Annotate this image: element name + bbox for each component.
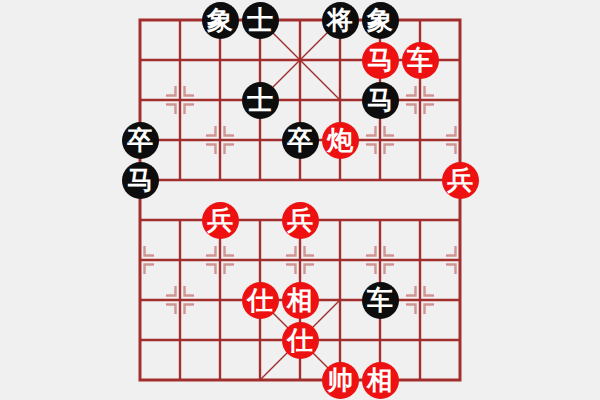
piece-black-elephant[interactable]: 象 — [202, 2, 239, 39]
board-point — [160, 120, 200, 160]
board-point — [120, 40, 160, 80]
board-point — [440, 120, 480, 160]
board-point[interactable]: 相 — [280, 280, 320, 320]
board-point — [440, 320, 480, 360]
board-point — [360, 320, 400, 360]
board-point — [320, 280, 360, 320]
board-point — [160, 40, 200, 80]
board-point[interactable]: 卒 — [120, 120, 160, 160]
board-point[interactable]: 将 — [320, 0, 360, 40]
board-point — [360, 120, 400, 160]
piece-red-general[interactable]: 帅 — [322, 362, 359, 399]
board-grid: 象士将象马车士马卒卒炮马兵兵兵仕相车仕帅相 — [120, 0, 480, 400]
piece-black-horse[interactable]: 马 — [122, 162, 159, 199]
board-point — [400, 360, 440, 400]
board-point — [160, 80, 200, 120]
board-point — [440, 360, 480, 400]
board-point[interactable]: 卒 — [280, 120, 320, 160]
board-point — [160, 0, 200, 40]
board-point — [120, 240, 160, 280]
board-point — [360, 200, 400, 240]
board-point — [200, 120, 240, 160]
board-point — [240, 120, 280, 160]
board-point — [280, 0, 320, 40]
board-point[interactable]: 车 — [400, 40, 440, 80]
board-point — [200, 320, 240, 360]
board-point — [440, 80, 480, 120]
board-point — [440, 280, 480, 320]
board-point[interactable]: 马 — [360, 80, 400, 120]
board-point[interactable]: 炮 — [320, 120, 360, 160]
board-point — [120, 360, 160, 400]
board-point — [400, 160, 440, 200]
board-point — [320, 80, 360, 120]
board-point — [320, 40, 360, 80]
board-point[interactable]: 士 — [240, 80, 280, 120]
board-point — [440, 240, 480, 280]
board-point — [280, 360, 320, 400]
board-point[interactable]: 马 — [360, 40, 400, 80]
board-point — [400, 280, 440, 320]
board-point — [440, 200, 480, 240]
board-point — [200, 80, 240, 120]
piece-red-soldier[interactable]: 兵 — [442, 162, 479, 199]
board-point — [240, 160, 280, 200]
board-point — [120, 280, 160, 320]
board-point — [400, 320, 440, 360]
piece-red-elephant[interactable]: 相 — [362, 362, 399, 399]
board-point — [440, 0, 480, 40]
board-point — [240, 360, 280, 400]
board-point — [120, 200, 160, 240]
board-point — [200, 280, 240, 320]
piece-red-soldier[interactable]: 兵 — [282, 202, 319, 239]
board-point — [280, 160, 320, 200]
piece-black-general[interactable]: 将 — [322, 2, 359, 39]
board-point — [200, 40, 240, 80]
board-point — [240, 200, 280, 240]
board-point — [400, 0, 440, 40]
board-point — [440, 40, 480, 80]
board-point — [280, 240, 320, 280]
board-point — [160, 200, 200, 240]
board-point[interactable]: 车 — [360, 280, 400, 320]
board-point[interactable]: 兵 — [280, 200, 320, 240]
board-point — [120, 0, 160, 40]
board-point — [160, 280, 200, 320]
board-point[interactable]: 士 — [240, 0, 280, 40]
piece-red-chariot[interactable]: 车 — [402, 42, 439, 79]
board-point — [360, 160, 400, 200]
xiangqi-board: 象士将象马车士马卒卒炮马兵兵兵仕相车仕帅相 — [0, 0, 600, 400]
board-point — [200, 160, 240, 200]
board-point — [240, 40, 280, 80]
board-point — [320, 320, 360, 360]
piece-red-elephant[interactable]: 相 — [282, 282, 319, 319]
board-point — [160, 360, 200, 400]
board-point — [400, 120, 440, 160]
board-point — [200, 240, 240, 280]
piece-red-horse[interactable]: 马 — [362, 42, 399, 79]
board-point — [160, 320, 200, 360]
board-point — [400, 80, 440, 120]
board-point — [280, 80, 320, 120]
piece-red-soldier[interactable]: 兵 — [202, 202, 239, 239]
board-point[interactable]: 仕 — [240, 280, 280, 320]
piece-black-horse[interactable]: 马 — [362, 82, 399, 119]
board-point[interactable]: 兵 — [200, 200, 240, 240]
board-point[interactable]: 帅 — [320, 360, 360, 400]
board-point — [120, 80, 160, 120]
board-point — [160, 160, 200, 200]
piece-black-advisor[interactable]: 士 — [242, 82, 279, 119]
board-point — [240, 240, 280, 280]
board-point[interactable]: 象 — [200, 0, 240, 40]
board-point[interactable]: 象 — [360, 0, 400, 40]
board-point — [160, 240, 200, 280]
board-point[interactable]: 相 — [360, 360, 400, 400]
board-point[interactable]: 兵 — [440, 160, 480, 200]
piece-red-advisor[interactable]: 仕 — [282, 322, 319, 359]
piece-red-advisor[interactable]: 仕 — [242, 282, 279, 319]
board-point[interactable]: 马 — [120, 160, 160, 200]
board-point — [240, 320, 280, 360]
board-point — [400, 240, 440, 280]
board-point — [120, 320, 160, 360]
board-point — [320, 200, 360, 240]
piece-black-advisor[interactable]: 士 — [242, 2, 279, 39]
piece-black-chariot[interactable]: 车 — [362, 282, 399, 319]
piece-black-soldier[interactable]: 卒 — [122, 122, 159, 159]
piece-black-elephant[interactable]: 象 — [362, 2, 399, 39]
piece-red-cannon[interactable]: 炮 — [322, 122, 359, 159]
piece-black-soldier[interactable]: 卒 — [282, 122, 319, 159]
board-point — [360, 240, 400, 280]
board-point — [320, 160, 360, 200]
board-point — [400, 200, 440, 240]
board-point — [320, 240, 360, 280]
board-point — [280, 40, 320, 80]
board-point[interactable]: 仕 — [280, 320, 320, 360]
board-point — [200, 360, 240, 400]
